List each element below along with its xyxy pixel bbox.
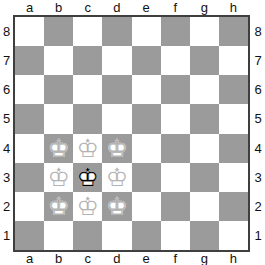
rank-label-6-right: 6 [251, 75, 265, 104]
piece-ghost-king[interactable]: ♚♔ [73, 134, 102, 163]
square-c3[interactable]: ♚♔ [73, 163, 102, 192]
file-label-f-top: f [161, 0, 190, 15]
square-d5[interactable] [102, 104, 131, 133]
file-labels-bottom: abcdefgh [15, 252, 248, 265]
square-d4[interactable]: ♚♔ [102, 134, 131, 163]
file-label-e-top: e [132, 0, 161, 15]
square-c4[interactable]: ♚♔ [73, 134, 102, 163]
file-label-a-bottom: a [15, 252, 44, 265]
piece-ghost-king[interactable]: ♚♔ [44, 192, 73, 221]
rank-label-3-left: 3 [0, 163, 13, 192]
square-a8[interactable] [15, 17, 44, 46]
square-c7[interactable] [73, 46, 102, 75]
square-g5[interactable] [190, 104, 219, 133]
piece-ghost-king[interactable]: ♚♔ [102, 163, 131, 192]
piece-ghost-king[interactable]: ♚♔ [73, 192, 102, 221]
piece-white-king[interactable]: ♚♔ [73, 163, 102, 192]
rank-label-3-right: 3 [251, 163, 265, 192]
square-f4[interactable] [161, 134, 190, 163]
square-h1[interactable] [219, 221, 248, 250]
chess-board: ♚♔♚♔♚♔♚♔♚♔♚♔♚♔♚♔♚♔ [13, 15, 250, 252]
square-f1[interactable] [161, 221, 190, 250]
square-e7[interactable] [132, 46, 161, 75]
square-a7[interactable] [15, 46, 44, 75]
square-e8[interactable] [132, 17, 161, 46]
file-label-d-top: d [102, 0, 131, 15]
king-fill-glyph: ♚ [102, 134, 131, 163]
square-a4[interactable] [15, 134, 44, 163]
square-c8[interactable] [73, 17, 102, 46]
rank-label-2-left: 2 [0, 192, 13, 221]
square-g6[interactable] [190, 75, 219, 104]
file-label-b-bottom: b [44, 252, 73, 265]
file-label-g-bottom: g [190, 252, 219, 265]
square-f3[interactable] [161, 163, 190, 192]
square-b7[interactable] [44, 46, 73, 75]
square-c2[interactable]: ♚♔ [73, 192, 102, 221]
file-label-c-top: c [73, 0, 102, 15]
rank-label-1-left: 1 [0, 221, 13, 250]
file-label-e-bottom: e [132, 252, 161, 265]
file-label-c-bottom: c [73, 252, 102, 265]
rank-label-8-left: 8 [0, 17, 13, 46]
file-label-a-top: a [15, 0, 44, 15]
square-f6[interactable] [161, 75, 190, 104]
rank-labels-left: 87654321 [0, 17, 13, 250]
square-g8[interactable] [190, 17, 219, 46]
square-h7[interactable] [219, 46, 248, 75]
square-b3[interactable]: ♚♔ [44, 163, 73, 192]
king-fill-glyph: ♚ [102, 163, 131, 192]
rank-label-5-right: 5 [251, 104, 265, 133]
king-outline-glyph: ♔ [44, 192, 73, 221]
square-b5[interactable] [44, 104, 73, 133]
file-label-b-top: b [44, 0, 73, 15]
square-f5[interactable] [161, 104, 190, 133]
file-labels-top: abcdefgh [15, 0, 248, 15]
square-d3[interactable]: ♚♔ [102, 163, 131, 192]
rank-label-2-right: 2 [251, 192, 265, 221]
square-a6[interactable] [15, 75, 44, 104]
square-g3[interactable] [190, 163, 219, 192]
file-label-h-top: h [219, 0, 248, 15]
piece-ghost-king[interactable]: ♚♔ [102, 192, 131, 221]
square-b6[interactable] [44, 75, 73, 104]
king-fill-glyph: ♚ [73, 134, 102, 163]
chessboard-diagram: abcdefgh 87654321 ♚♔♚♔♚♔♚♔♚♔♚♔♚♔♚♔♚♔ 876… [0, 0, 265, 265]
square-b1[interactable] [44, 221, 73, 250]
file-label-h-bottom: h [219, 252, 248, 265]
square-b2[interactable]: ♚♔ [44, 192, 73, 221]
square-c6[interactable] [73, 75, 102, 104]
rank-label-4-right: 4 [251, 134, 265, 163]
square-e4[interactable] [132, 134, 161, 163]
square-f7[interactable] [161, 46, 190, 75]
king-fill-glyph: ♚ [73, 192, 102, 221]
square-d8[interactable] [102, 17, 131, 46]
square-g1[interactable] [190, 221, 219, 250]
rank-label-5-left: 5 [0, 104, 13, 133]
square-a3[interactable] [15, 163, 44, 192]
square-g7[interactable] [190, 46, 219, 75]
square-f8[interactable] [161, 17, 190, 46]
square-e1[interactable] [132, 221, 161, 250]
rank-label-1-right: 1 [251, 221, 265, 250]
square-h4[interactable] [219, 134, 248, 163]
king-outline-glyph: ♔ [102, 134, 131, 163]
king-outline-glyph: ♔ [73, 163, 102, 192]
square-a2[interactable] [15, 192, 44, 221]
square-e6[interactable] [132, 75, 161, 104]
king-outline-glyph: ♔ [44, 163, 73, 192]
square-d1[interactable] [102, 221, 131, 250]
square-h8[interactable] [219, 17, 248, 46]
rank-labels-right: 87654321 [251, 17, 265, 250]
square-e5[interactable] [132, 104, 161, 133]
piece-ghost-king[interactable]: ♚♔ [44, 134, 73, 163]
square-e3[interactable] [132, 163, 161, 192]
king-fill-glyph: ♚ [73, 163, 102, 192]
file-label-d-bottom: d [102, 252, 131, 265]
king-outline-glyph: ♔ [44, 134, 73, 163]
square-d7[interactable] [102, 46, 131, 75]
rank-label-6-left: 6 [0, 75, 13, 104]
piece-ghost-king[interactable]: ♚♔ [44, 163, 73, 192]
king-fill-glyph: ♚ [44, 163, 73, 192]
piece-ghost-king[interactable]: ♚♔ [102, 134, 131, 163]
square-d6[interactable] [102, 75, 131, 104]
king-fill-glyph: ♚ [44, 134, 73, 163]
king-outline-glyph: ♔ [102, 192, 131, 221]
king-fill-glyph: ♚ [44, 192, 73, 221]
file-label-g-top: g [190, 0, 219, 15]
king-outline-glyph: ♔ [73, 134, 102, 163]
square-h5[interactable] [219, 104, 248, 133]
square-e2[interactable] [132, 192, 161, 221]
king-outline-glyph: ♔ [102, 163, 131, 192]
square-h3[interactable] [219, 163, 248, 192]
square-a1[interactable] [15, 221, 44, 250]
square-c5[interactable] [73, 104, 102, 133]
square-g4[interactable] [190, 134, 219, 163]
rank-label-7-right: 7 [251, 46, 265, 75]
file-label-f-bottom: f [161, 252, 190, 265]
square-f2[interactable] [161, 192, 190, 221]
king-outline-glyph: ♔ [73, 192, 102, 221]
square-g2[interactable] [190, 192, 219, 221]
king-fill-glyph: ♚ [102, 192, 131, 221]
rank-label-4-left: 4 [0, 134, 13, 163]
square-h2[interactable] [219, 192, 248, 221]
rank-label-7-left: 7 [0, 46, 13, 75]
square-b4[interactable]: ♚♔ [44, 134, 73, 163]
square-a5[interactable] [15, 104, 44, 133]
square-b8[interactable] [44, 17, 73, 46]
square-c1[interactable] [73, 221, 102, 250]
square-d2[interactable]: ♚♔ [102, 192, 131, 221]
square-h6[interactable] [219, 75, 248, 104]
rank-label-8-right: 8 [251, 17, 265, 46]
